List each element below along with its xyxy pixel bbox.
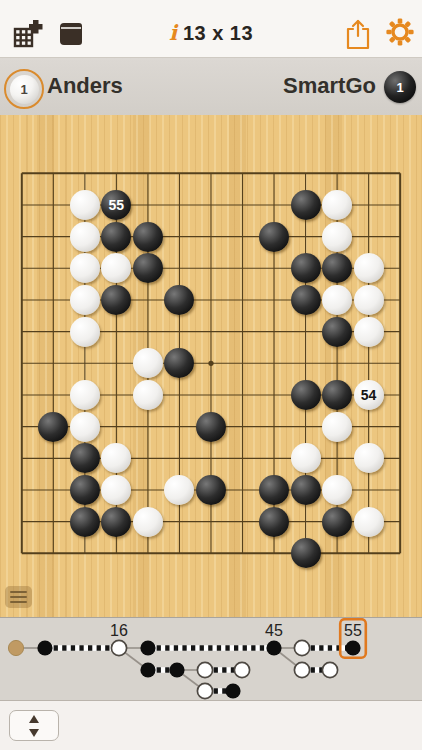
share-icon[interactable] bbox=[343, 17, 373, 51]
white-stone bbox=[70, 190, 100, 220]
tree-node-white[interactable] bbox=[234, 662, 249, 677]
white-stone bbox=[70, 285, 100, 315]
black-stone bbox=[101, 222, 131, 252]
tree-node-black[interactable] bbox=[140, 640, 155, 655]
tree-node-move-45[interactable] bbox=[266, 640, 281, 655]
black-stone bbox=[291, 475, 321, 505]
tree-node-white[interactable] bbox=[294, 662, 309, 677]
black-stone bbox=[70, 443, 100, 473]
settings-gear-icon[interactable]: (function(){var g=document.getElementByI… bbox=[383, 15, 417, 49]
black-stone bbox=[101, 507, 131, 537]
black-stone bbox=[259, 475, 289, 505]
black-stone bbox=[101, 285, 131, 315]
tree-move-number-label: 16 bbox=[110, 622, 128, 639]
black-stone bbox=[196, 475, 226, 505]
move-number-label: 54 bbox=[361, 388, 377, 402]
white-player-capture-stone[interactable]: 1 bbox=[4, 69, 44, 109]
tree-move-number-label: 45 bbox=[265, 622, 283, 639]
black-stone bbox=[196, 412, 226, 442]
black-stone bbox=[291, 380, 321, 410]
black-stone bbox=[164, 285, 194, 315]
white-stone bbox=[354, 443, 384, 473]
white-stone bbox=[354, 253, 384, 283]
white-stone bbox=[322, 190, 352, 220]
black-stone bbox=[322, 317, 352, 347]
bottom-toolbar bbox=[0, 700, 422, 750]
black-stone bbox=[322, 253, 352, 283]
white-stone bbox=[70, 412, 100, 442]
tree-node-black[interactable] bbox=[225, 683, 240, 698]
move-number-label: 55 bbox=[109, 198, 125, 212]
black-stone bbox=[291, 190, 321, 220]
black-stone bbox=[322, 380, 352, 410]
white-stone bbox=[133, 348, 163, 378]
black-stone bbox=[70, 507, 100, 537]
game-tree-panel[interactable]: 164555 bbox=[0, 617, 422, 700]
tree-node-black[interactable] bbox=[37, 640, 52, 655]
white-stone bbox=[354, 507, 384, 537]
player-bar: 1 Anders SmartGo 1 bbox=[0, 58, 422, 115]
white-capture-count: 1 bbox=[20, 82, 27, 97]
white-stone bbox=[133, 507, 163, 537]
white-stone bbox=[133, 380, 163, 410]
white-stone bbox=[70, 380, 100, 410]
tree-panel-handle-icon[interactable] bbox=[5, 586, 32, 608]
tree-node-board[interactable] bbox=[8, 640, 23, 655]
white-stone bbox=[70, 222, 100, 252]
tree-node-white[interactable] bbox=[197, 683, 212, 698]
tree-node-black[interactable] bbox=[169, 662, 184, 677]
move-number-stepper-button[interactable] bbox=[9, 710, 59, 741]
tree-node-move-55[interactable] bbox=[345, 640, 360, 655]
black-stone bbox=[291, 538, 321, 568]
white-stone bbox=[70, 253, 100, 283]
white-stone bbox=[70, 317, 100, 347]
white-stone bbox=[101, 253, 131, 283]
white-stone bbox=[164, 475, 194, 505]
white-stone bbox=[322, 285, 352, 315]
white-stone bbox=[322, 412, 352, 442]
black-capture-count: 1 bbox=[396, 80, 403, 95]
black-player-capture-stone[interactable]: 1 bbox=[384, 71, 416, 103]
white-stone bbox=[291, 443, 321, 473]
white-stone bbox=[101, 475, 131, 505]
tree-move-number-label: 55 bbox=[344, 622, 362, 639]
black-stone bbox=[291, 253, 321, 283]
go-board[interactable]: 5554 bbox=[0, 115, 422, 617]
tree-node-move-16[interactable] bbox=[111, 640, 126, 655]
stones-layer: 5554 bbox=[0, 115, 422, 617]
black-stone bbox=[164, 348, 194, 378]
page-title: 13 x 13 bbox=[183, 22, 253, 44]
black-stone bbox=[133, 253, 163, 283]
tree-node-white[interactable] bbox=[322, 662, 337, 677]
black-player-name: SmartGo bbox=[283, 73, 376, 99]
black-stone bbox=[38, 412, 68, 442]
black-stone bbox=[259, 222, 289, 252]
white-stone: 54 bbox=[354, 380, 384, 410]
black-stone: 55 bbox=[101, 190, 131, 220]
info-icon[interactable]: i bbox=[169, 20, 177, 45]
tree-node-white[interactable] bbox=[197, 662, 212, 677]
black-stone bbox=[70, 475, 100, 505]
white-stone bbox=[354, 317, 384, 347]
up-down-arrows-icon bbox=[23, 713, 45, 739]
tree-node-white[interactable] bbox=[294, 640, 309, 655]
tree-node-black[interactable] bbox=[140, 662, 155, 677]
white-stone bbox=[101, 443, 131, 473]
smartgo-app-screen: i13 x 13 (function(){var g=document.getE… bbox=[0, 0, 422, 750]
white-stone bbox=[322, 222, 352, 252]
black-stone bbox=[322, 507, 352, 537]
black-stone bbox=[291, 285, 321, 315]
white-player-name: Anders bbox=[47, 73, 123, 99]
black-stone bbox=[133, 222, 163, 252]
white-stone bbox=[354, 285, 384, 315]
white-stone bbox=[322, 475, 352, 505]
black-stone bbox=[259, 507, 289, 537]
navigation-bar: i13 x 13 (function(){var g=document.getE… bbox=[0, 0, 422, 58]
